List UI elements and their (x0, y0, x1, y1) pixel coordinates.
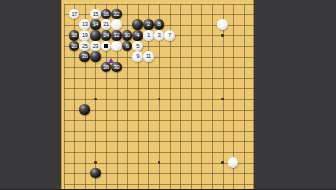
white-stone (217, 19, 228, 30)
black-stone: 4 (132, 30, 143, 41)
black-stone: 6 (122, 41, 133, 52)
white-stone: 5 (132, 41, 143, 52)
white-stone (111, 19, 122, 30)
square-marker (104, 44, 108, 48)
white-stone: 19 (79, 30, 90, 41)
black-stone: 10 (122, 30, 133, 41)
triangle-marker (108, 58, 114, 63)
star-point (221, 34, 224, 37)
grid-line (64, 141, 256, 142)
grid-line (64, 152, 256, 153)
grid-line (64, 110, 256, 111)
black-stone (90, 30, 101, 41)
white-stone: 11 (143, 51, 154, 62)
grid-line (64, 4, 256, 5)
app-window: 1715162213142128181924121041372025236526… (0, 0, 336, 189)
white-stone: 3 (154, 30, 165, 41)
white-stone: 17 (69, 9, 80, 20)
grid-line (64, 67, 256, 68)
grid-line (244, 4, 245, 190)
white-stone: 25 (79, 41, 90, 52)
black-stone: 12 (111, 30, 122, 41)
grid-line (64, 88, 256, 89)
white-stone (228, 157, 239, 168)
white-stone (101, 41, 112, 52)
grid-line (180, 4, 181, 190)
white-stone: 9 (132, 51, 143, 62)
white-stone (111, 41, 122, 52)
black-stone: 20 (69, 41, 80, 52)
grid-line (64, 120, 256, 121)
black-stone: 26 (79, 51, 90, 62)
go-board[interactable]: 1715162213142128181924121041372025236526… (61, 0, 254, 189)
black-stone: 16 (101, 9, 112, 20)
black-stone: 28 (101, 62, 112, 73)
black-stone (79, 104, 90, 115)
white-stone: 13 (79, 19, 90, 30)
grid-line (191, 4, 192, 190)
white-stone: 15 (90, 9, 101, 20)
black-stone: 14 (90, 19, 101, 30)
star-point (94, 161, 97, 164)
black-stone: 24 (101, 30, 112, 41)
grid-line (64, 78, 256, 79)
grid-line (212, 4, 213, 190)
grid-line (201, 4, 202, 190)
black-stone: 2 (143, 19, 154, 30)
grid-line (64, 4, 65, 190)
star-point (158, 161, 161, 164)
white-stone: 7 (164, 30, 175, 41)
black-stone: 22 (111, 9, 122, 20)
white-stone: 23 (90, 41, 101, 52)
letterbox-left (0, 0, 61, 189)
white-stone: 21 (101, 19, 112, 30)
star-point (221, 161, 224, 164)
grid-line (64, 184, 256, 185)
black-stone: 30 (111, 62, 122, 73)
black-stone (90, 168, 101, 179)
black-stone: 8 (154, 19, 165, 30)
star-point (221, 98, 224, 101)
star-point (94, 98, 97, 101)
letterbox-right (254, 0, 336, 189)
black-stone (132, 19, 143, 30)
black-stone (90, 51, 101, 62)
grid-line (64, 131, 256, 132)
white-stone: 1 (143, 30, 154, 41)
black-stone: 18 (69, 30, 80, 41)
